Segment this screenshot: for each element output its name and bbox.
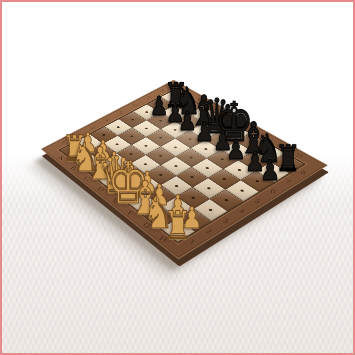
piece-white-rook-h1[interactable]: ♜ [162,207,193,246]
rank-label-far-4: 4 [104,117,111,122]
rank-label-5: 5 [254,197,262,204]
product-photo: AA11BB22CC33DD44EE55FF66GG77HH88 ♜♞♝♛♚♝♞… [0,0,355,355]
rank-label-6: 6 [269,188,277,195]
rank-label-3: 3 [222,217,230,224]
rank-label-far-5: 5 [118,110,125,115]
piece-black-pawn-h7[interactable]: ♟ [259,157,282,185]
rank-label-4: 4 [238,207,246,214]
rank-label-2: 2 [205,227,213,235]
rank-label-far-6: 6 [132,102,139,107]
